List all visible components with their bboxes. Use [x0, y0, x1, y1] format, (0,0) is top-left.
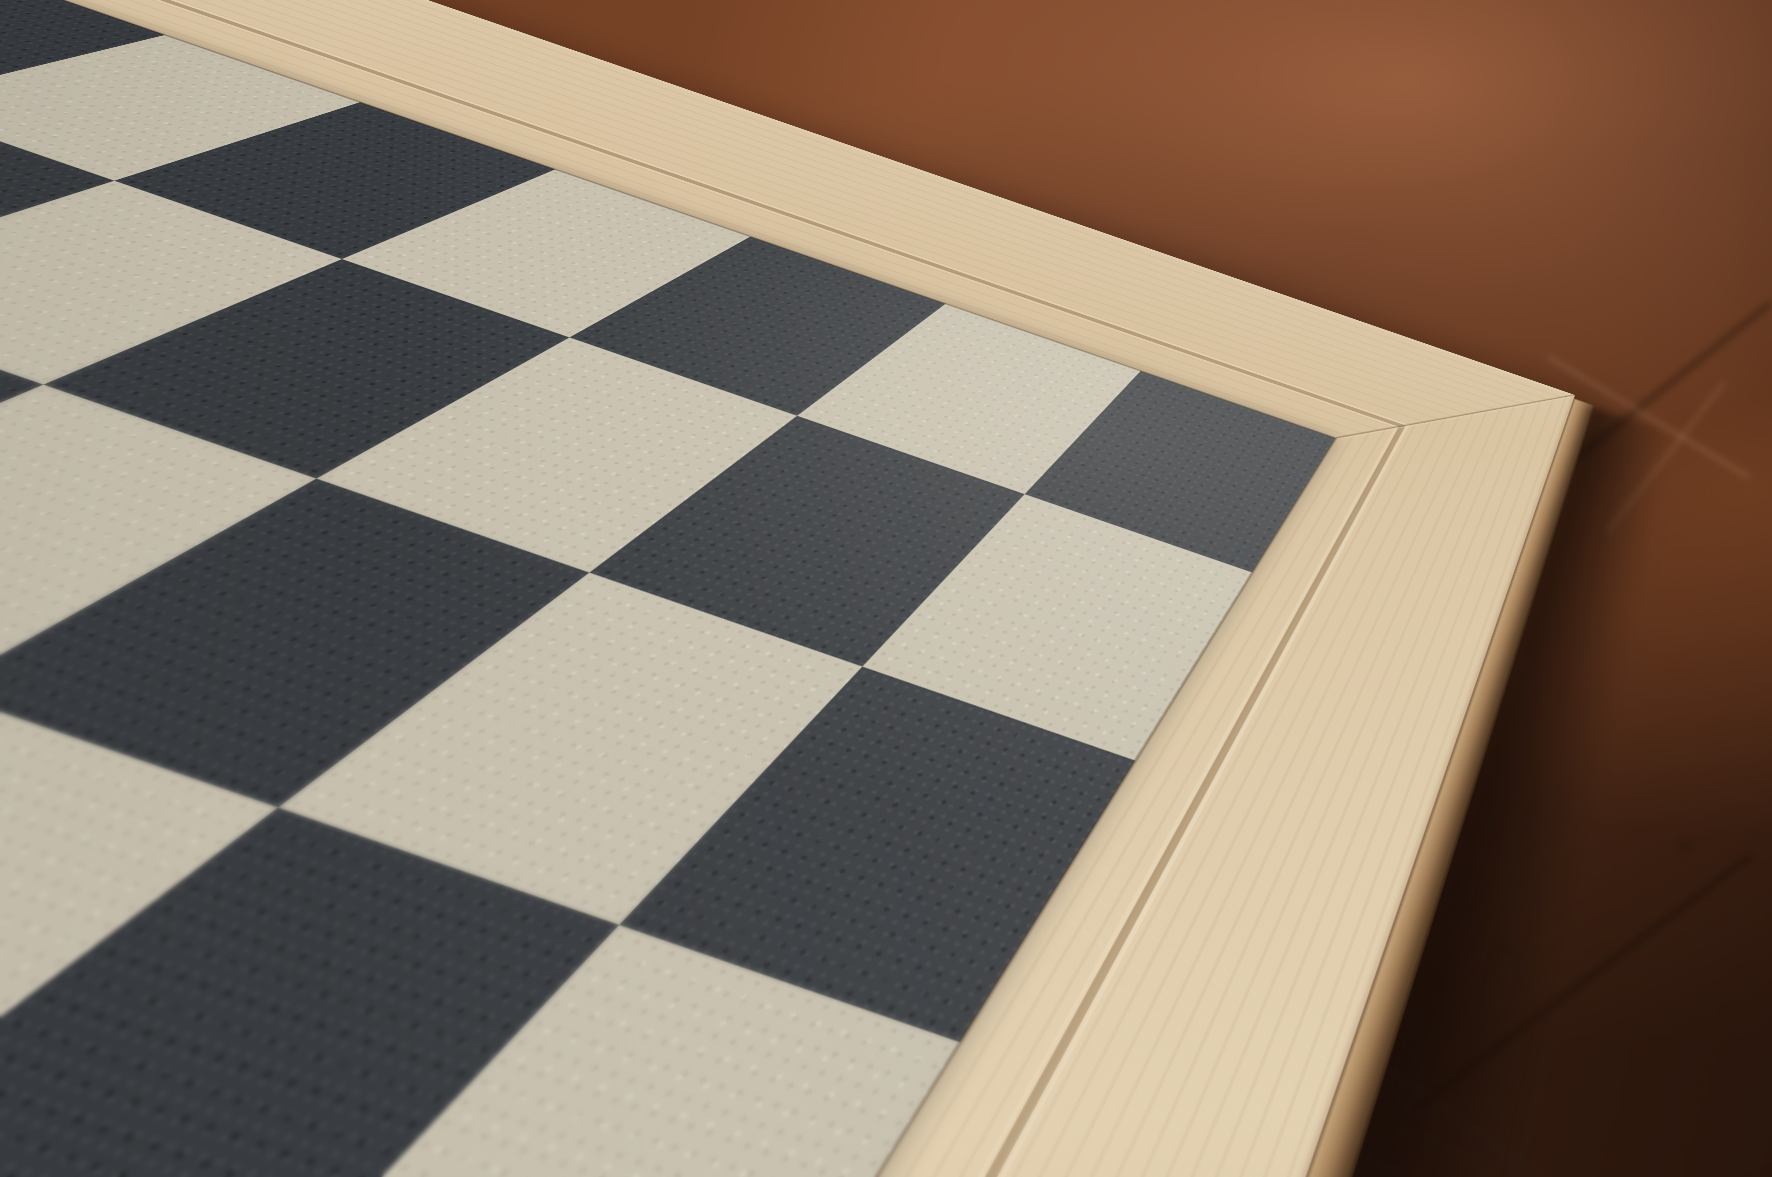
photo-scene: [0, 0, 1772, 1177]
